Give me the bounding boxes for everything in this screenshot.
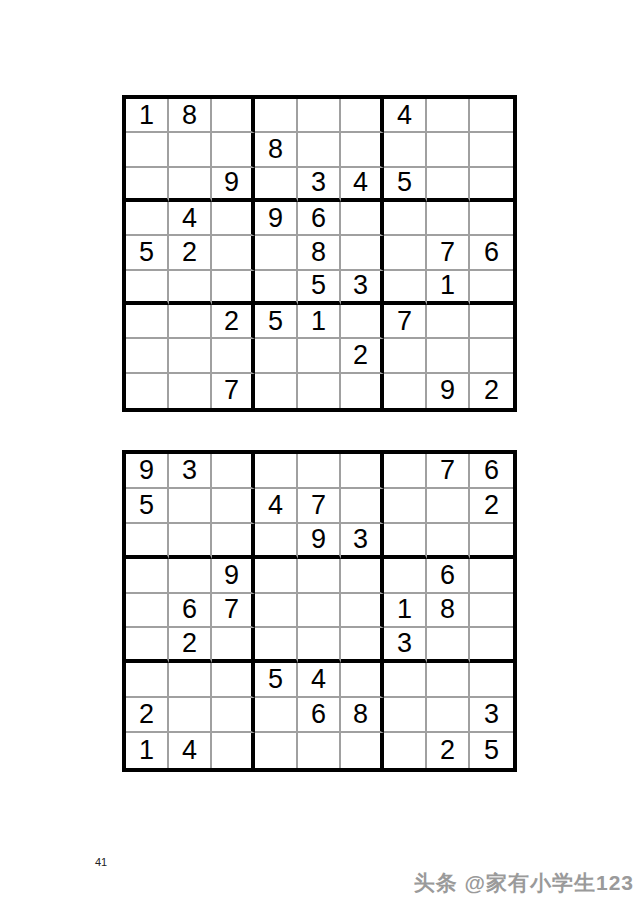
cell-r8c1[interactable] xyxy=(126,339,169,373)
cell-r6c8[interactable] xyxy=(427,628,470,663)
cell-r6c3[interactable] xyxy=(212,628,255,663)
cell-r5c6[interactable] xyxy=(341,236,384,270)
cell-r6c4[interactable] xyxy=(255,628,298,663)
cell-r4c4[interactable]: 9 xyxy=(255,202,298,236)
cell-r6c4[interactable] xyxy=(255,271,298,305)
cell-r3c4[interactable] xyxy=(255,168,298,202)
cell-r8c5[interactable]: 6 xyxy=(298,698,341,733)
cell-r3c1[interactable] xyxy=(126,524,169,559)
cell-r7c4[interactable]: 5 xyxy=(255,663,298,698)
cell-r9c2[interactable] xyxy=(169,374,212,408)
cell-r3c6[interactable]: 4 xyxy=(341,168,384,202)
cell-r1c6[interactable] xyxy=(341,99,384,133)
cell-r8c8[interactable] xyxy=(427,698,470,733)
cell-r8c9[interactable] xyxy=(470,339,513,373)
cell-r6c7[interactable]: 3 xyxy=(384,628,427,663)
cell-r3c3[interactable]: 9 xyxy=(212,168,255,202)
cell-r4c4[interactable] xyxy=(255,559,298,594)
cell-r9c6[interactable] xyxy=(341,374,384,408)
cell-r5c4[interactable] xyxy=(255,594,298,629)
cell-r4c8[interactable]: 6 xyxy=(427,559,470,594)
cell-r1c5[interactable] xyxy=(298,99,341,133)
cell-r1c6[interactable] xyxy=(341,454,384,489)
cell-r1c7[interactable] xyxy=(384,454,427,489)
cell-r3c8[interactable] xyxy=(427,524,470,559)
cell-r6c6[interactable]: 3 xyxy=(341,271,384,305)
cell-r6c6[interactable] xyxy=(341,628,384,663)
cell-r9c6[interactable] xyxy=(341,733,384,768)
cell-r7c1[interactable] xyxy=(126,305,169,339)
cell-r1c8[interactable] xyxy=(427,99,470,133)
cell-r4c6[interactable] xyxy=(341,202,384,236)
cell-r1c4[interactable] xyxy=(255,454,298,489)
cell-r2c4[interactable]: 8 xyxy=(255,133,298,167)
cell-r7c5[interactable]: 1 xyxy=(298,305,341,339)
cell-r6c3[interactable] xyxy=(212,271,255,305)
cell-r7c4[interactable]: 5 xyxy=(255,305,298,339)
cell-r2c8[interactable] xyxy=(427,489,470,524)
cell-r2c9[interactable] xyxy=(470,133,513,167)
cell-r8c6[interactable]: 8 xyxy=(341,698,384,733)
cell-r2c1[interactable]: 5 xyxy=(126,489,169,524)
cell-r7c7[interactable] xyxy=(384,663,427,698)
cell-r3c7[interactable] xyxy=(384,524,427,559)
cell-r7c8[interactable] xyxy=(427,305,470,339)
cell-r7c1[interactable] xyxy=(126,663,169,698)
cell-r7c3[interactable] xyxy=(212,663,255,698)
cell-r9c9[interactable]: 2 xyxy=(470,374,513,408)
cell-r9c4[interactable] xyxy=(255,374,298,408)
cell-r6c5[interactable] xyxy=(298,628,341,663)
cell-r5c2[interactable]: 2 xyxy=(169,236,212,270)
cell-r2c7[interactable] xyxy=(384,133,427,167)
cell-r8c5[interactable] xyxy=(298,339,341,373)
cell-r9c1[interactable] xyxy=(126,374,169,408)
cell-r3c6[interactable]: 3 xyxy=(341,524,384,559)
cell-r1c1[interactable]: 9 xyxy=(126,454,169,489)
cell-r8c8[interactable] xyxy=(427,339,470,373)
cell-r8c7[interactable] xyxy=(384,698,427,733)
cell-r1c7[interactable]: 4 xyxy=(384,99,427,133)
cell-r5c6[interactable] xyxy=(341,594,384,629)
cell-r3c9[interactable] xyxy=(470,524,513,559)
cell-r9c8[interactable]: 9 xyxy=(427,374,470,408)
cell-r8c3[interactable] xyxy=(212,698,255,733)
cell-r1c5[interactable] xyxy=(298,454,341,489)
cell-r5c3[interactable] xyxy=(212,236,255,270)
cell-r5c7[interactable]: 1 xyxy=(384,594,427,629)
cell-r7c7[interactable]: 7 xyxy=(384,305,427,339)
cell-r1c3[interactable] xyxy=(212,454,255,489)
cell-r1c9[interactable] xyxy=(470,99,513,133)
cell-r9c5[interactable] xyxy=(298,374,341,408)
cell-r2c5[interactable]: 7 xyxy=(298,489,341,524)
cell-r1c4[interactable] xyxy=(255,99,298,133)
cell-r9c3[interactable] xyxy=(212,733,255,768)
cell-r7c9[interactable] xyxy=(470,305,513,339)
cell-r1c1[interactable]: 1 xyxy=(126,99,169,133)
cell-r2c3[interactable] xyxy=(212,133,255,167)
sudoku-grid-top: 184893454965287653125172792 xyxy=(122,95,517,412)
cell-r4c1[interactable] xyxy=(126,202,169,236)
cell-r4c7[interactable] xyxy=(384,559,427,594)
cell-r5c1[interactable]: 5 xyxy=(126,236,169,270)
cell-r8c6[interactable]: 2 xyxy=(341,339,384,373)
cell-r6c1[interactable] xyxy=(126,271,169,305)
cell-r4c3[interactable] xyxy=(212,202,255,236)
sudoku-grid-bottom: 9376547293966718235426831425 xyxy=(122,450,517,772)
cell-r3c9[interactable] xyxy=(470,168,513,202)
cell-r2c3[interactable] xyxy=(212,489,255,524)
cell-r1c8[interactable]: 7 xyxy=(427,454,470,489)
cell-r9c1[interactable]: 1 xyxy=(126,733,169,768)
cell-r9c5[interactable] xyxy=(298,733,341,768)
cell-r5c9[interactable]: 6 xyxy=(470,236,513,270)
cell-r5c1[interactable] xyxy=(126,594,169,629)
cell-r2c4[interactable]: 4 xyxy=(255,489,298,524)
cell-r4c2[interactable]: 4 xyxy=(169,202,212,236)
cell-r2c2[interactable] xyxy=(169,489,212,524)
cell-r2c1[interactable] xyxy=(126,133,169,167)
worksheet-page: 184893454965287653125172792 937654729396… xyxy=(0,0,640,906)
cell-r9c2[interactable]: 4 xyxy=(169,733,212,768)
cell-r4c3[interactable]: 9 xyxy=(212,559,255,594)
cell-r5c5[interactable]: 8 xyxy=(298,236,341,270)
cell-r2c7[interactable] xyxy=(384,489,427,524)
cell-r2c5[interactable] xyxy=(298,133,341,167)
cell-r1c2[interactable]: 8 xyxy=(169,99,212,133)
cell-r9c9[interactable]: 5 xyxy=(470,733,513,768)
cell-r7c9[interactable] xyxy=(470,663,513,698)
cell-r6c2[interactable]: 2 xyxy=(169,628,212,663)
cell-r9c3[interactable]: 7 xyxy=(212,374,255,408)
cell-r5c3[interactable]: 7 xyxy=(212,594,255,629)
cell-r6c1[interactable] xyxy=(126,628,169,663)
cell-r8c2[interactable] xyxy=(169,698,212,733)
cell-r8c9[interactable]: 3 xyxy=(470,698,513,733)
cell-r4c5[interactable] xyxy=(298,559,341,594)
cell-r8c1[interactable]: 2 xyxy=(126,698,169,733)
cell-r7c6[interactable] xyxy=(341,305,384,339)
cell-r5c5[interactable] xyxy=(298,594,341,629)
cell-r3c2[interactable] xyxy=(169,524,212,559)
cell-r9c7[interactable] xyxy=(384,374,427,408)
cell-r3c1[interactable] xyxy=(126,168,169,202)
cell-r2c2[interactable] xyxy=(169,133,212,167)
cell-r3c7[interactable]: 5 xyxy=(384,168,427,202)
cell-r5c2[interactable]: 6 xyxy=(169,594,212,629)
cell-r8c2[interactable] xyxy=(169,339,212,373)
cell-r4c1[interactable] xyxy=(126,559,169,594)
cell-r6c9[interactable] xyxy=(470,271,513,305)
cell-r7c2[interactable] xyxy=(169,663,212,698)
cell-r6c2[interactable] xyxy=(169,271,212,305)
cell-r4c6[interactable] xyxy=(341,559,384,594)
cell-r3c8[interactable] xyxy=(427,168,470,202)
cell-r2c8[interactable] xyxy=(427,133,470,167)
cell-r9c8[interactable]: 2 xyxy=(427,733,470,768)
cell-r9c4[interactable] xyxy=(255,733,298,768)
cell-r2c6[interactable] xyxy=(341,133,384,167)
cell-r1c9[interactable]: 6 xyxy=(470,454,513,489)
cell-r1c3[interactable] xyxy=(212,99,255,133)
cell-r3c5[interactable]: 3 xyxy=(298,168,341,202)
cell-r5c7[interactable] xyxy=(384,236,427,270)
cell-r4c2[interactable] xyxy=(169,559,212,594)
cell-r3c4[interactable] xyxy=(255,524,298,559)
cell-r8c7[interactable] xyxy=(384,339,427,373)
cell-r7c5[interactable]: 4 xyxy=(298,663,341,698)
cell-r9c7[interactable] xyxy=(384,733,427,768)
cell-r3c5[interactable]: 9 xyxy=(298,524,341,559)
cell-r6c7[interactable] xyxy=(384,271,427,305)
cell-r2c9[interactable]: 2 xyxy=(470,489,513,524)
cell-r4c5[interactable]: 6 xyxy=(298,202,341,236)
cell-r4c9[interactable] xyxy=(470,202,513,236)
watermark: 头条 @家有小学生123 xyxy=(414,869,634,897)
cell-r6c8[interactable]: 1 xyxy=(427,271,470,305)
cell-r1c2[interactable]: 3 xyxy=(169,454,212,489)
cell-r5c4[interactable] xyxy=(255,236,298,270)
cell-r4c9[interactable] xyxy=(470,559,513,594)
cell-r8c4[interactable] xyxy=(255,339,298,373)
cell-r3c3[interactable] xyxy=(212,524,255,559)
cell-r5c9[interactable] xyxy=(470,594,513,629)
cell-r5c8[interactable]: 8 xyxy=(427,594,470,629)
cell-r7c3[interactable]: 2 xyxy=(212,305,255,339)
cell-r6c9[interactable] xyxy=(470,628,513,663)
cell-r2c6[interactable] xyxy=(341,489,384,524)
cell-r4c8[interactable] xyxy=(427,202,470,236)
cell-r8c3[interactable] xyxy=(212,339,255,373)
cell-r7c8[interactable] xyxy=(427,663,470,698)
cell-r3c2[interactable] xyxy=(169,168,212,202)
cell-r6c5[interactable]: 5 xyxy=(298,271,341,305)
cell-r5c8[interactable]: 7 xyxy=(427,236,470,270)
cell-r7c6[interactable] xyxy=(341,663,384,698)
page-number: 41 xyxy=(95,856,107,868)
cell-r4c7[interactable] xyxy=(384,202,427,236)
cell-r8c4[interactable] xyxy=(255,698,298,733)
cell-r7c2[interactable] xyxy=(169,305,212,339)
